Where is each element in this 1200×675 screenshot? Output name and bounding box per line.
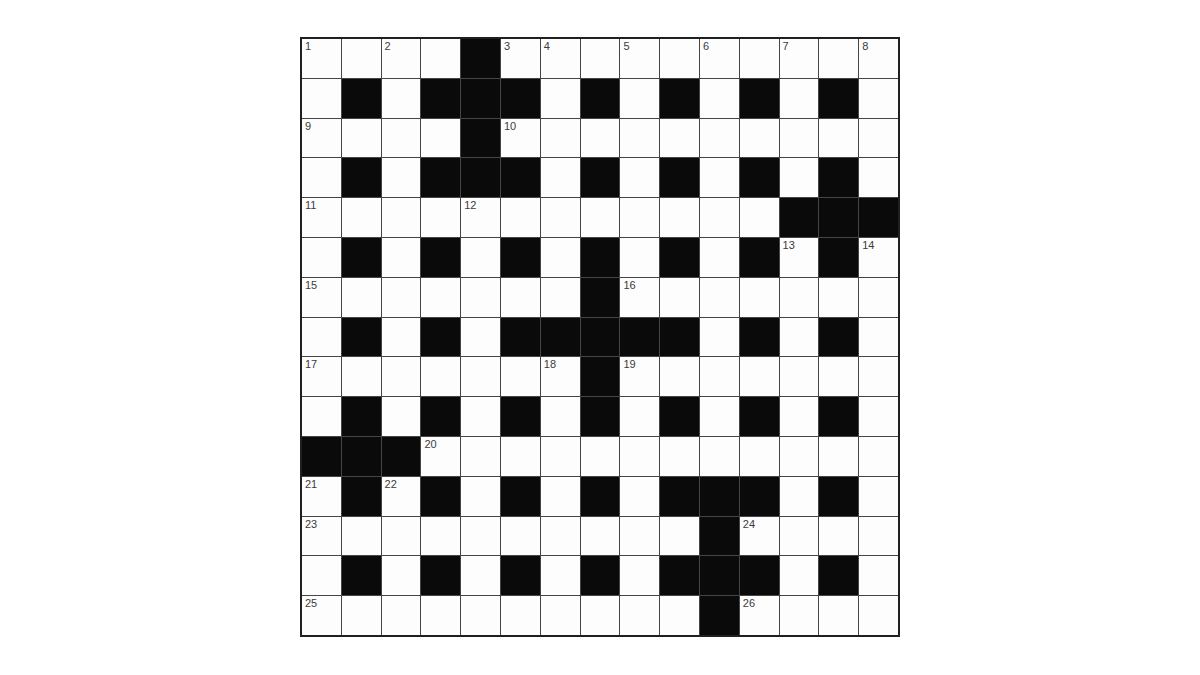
black-cell-r2c14	[819, 79, 858, 118]
white-cell-r14c13[interactable]	[780, 556, 819, 595]
white-cell-r11c11[interactable]	[700, 437, 739, 476]
black-cell-r14c12	[740, 556, 779, 595]
white-cell-r1c3[interactable]: 2	[382, 39, 421, 78]
white-cell-r15c15[interactable]	[859, 596, 898, 635]
white-cell-r2c3[interactable]	[382, 79, 421, 118]
white-cell-r5c12[interactable]	[740, 198, 779, 237]
white-cell-r12c3[interactable]: 22	[382, 477, 421, 516]
black-cell-r4c5	[461, 158, 500, 197]
white-cell-r1c1[interactable]: 1	[302, 39, 341, 78]
white-cell-r4c7[interactable]	[541, 158, 580, 197]
black-cell-r11c3	[382, 437, 421, 476]
white-cell-r3c15[interactable]	[859, 119, 898, 158]
white-cell-r13c14[interactable]	[819, 517, 858, 556]
white-cell-r7c6[interactable]	[501, 278, 540, 317]
black-cell-r14c11	[700, 556, 739, 595]
white-cell-r15c2[interactable]	[342, 596, 381, 635]
clue-number-2: 2	[385, 40, 391, 52]
clue-number-13: 13	[783, 239, 795, 251]
white-cell-r11c15[interactable]	[859, 437, 898, 476]
clue-number-25: 25	[305, 597, 317, 609]
white-cell-r3c14[interactable]	[819, 119, 858, 158]
white-cell-r7c3[interactable]	[382, 278, 421, 317]
white-cell-r3c8[interactable]	[581, 119, 620, 158]
white-cell-r15c14[interactable]	[819, 596, 858, 635]
black-cell-r8c7	[541, 318, 580, 357]
black-cell-r2c5	[461, 79, 500, 118]
white-cell-r12c1[interactable]: 21	[302, 477, 341, 516]
white-cell-r10c11[interactable]	[700, 397, 739, 436]
white-cell-r15c1[interactable]: 25	[302, 596, 341, 635]
white-cell-r15c8[interactable]	[581, 596, 620, 635]
white-cell-r12c15[interactable]	[859, 477, 898, 516]
white-cell-r14c1[interactable]	[302, 556, 341, 595]
white-cell-r4c9[interactable]	[620, 158, 659, 197]
white-cell-r1c9[interactable]: 5	[620, 39, 659, 78]
black-cell-r12c6	[501, 477, 540, 516]
black-cell-r12c2	[342, 477, 381, 516]
white-cell-r15c13[interactable]	[780, 596, 819, 635]
black-cell-r6c6	[501, 238, 540, 277]
white-cell-r11c6[interactable]	[501, 437, 540, 476]
white-cell-r3c7[interactable]	[541, 119, 580, 158]
white-cell-r12c5[interactable]	[461, 477, 500, 516]
white-cell-r6c5[interactable]	[461, 238, 500, 277]
white-cell-r7c14[interactable]	[819, 278, 858, 317]
white-cell-r2c11[interactable]	[700, 79, 739, 118]
white-cell-r1c14[interactable]	[819, 39, 858, 78]
white-cell-r10c13[interactable]	[780, 397, 819, 436]
white-cell-r9c12[interactable]	[740, 357, 779, 396]
black-cell-r8c4	[421, 318, 460, 357]
white-cell-r13c10[interactable]	[660, 517, 699, 556]
white-cell-r9c15[interactable]	[859, 357, 898, 396]
white-cell-r13c3[interactable]	[382, 517, 421, 556]
clue-number-5: 5	[623, 40, 629, 52]
clue-number-14: 14	[862, 239, 874, 251]
black-cell-r14c14	[819, 556, 858, 595]
white-cell-r14c7[interactable]	[541, 556, 580, 595]
white-cell-r3c4[interactable]	[421, 119, 460, 158]
white-cell-r1c6[interactable]: 3	[501, 39, 540, 78]
white-cell-r5c6[interactable]	[501, 198, 540, 237]
white-cell-r9c3[interactable]	[382, 357, 421, 396]
white-cell-r3c13[interactable]	[780, 119, 819, 158]
white-cell-r9c9[interactable]: 19	[620, 357, 659, 396]
white-cell-r5c1[interactable]: 11	[302, 198, 341, 237]
white-cell-r5c3[interactable]	[382, 198, 421, 237]
black-cell-r6c14	[819, 238, 858, 277]
white-cell-r9c4[interactable]	[421, 357, 460, 396]
black-cell-r8c14	[819, 318, 858, 357]
clue-number-11: 11	[305, 199, 316, 211]
clue-number-3: 3	[504, 40, 510, 52]
white-cell-r13c13[interactable]	[780, 517, 819, 556]
black-cell-r10c4	[421, 397, 460, 436]
black-cell-r2c6	[501, 79, 540, 118]
crossword-grid: 1234567891011121314151617181920212223242…	[300, 37, 900, 637]
white-cell-r7c11[interactable]	[700, 278, 739, 317]
black-cell-r4c10	[660, 158, 699, 197]
black-cell-r12c8	[581, 477, 620, 516]
white-cell-r10c1[interactable]	[302, 397, 341, 436]
black-cell-r2c12	[740, 79, 779, 118]
black-cell-r8c6	[501, 318, 540, 357]
white-cell-r6c15[interactable]: 14	[859, 238, 898, 277]
clue-number-19: 19	[623, 358, 635, 370]
white-cell-r11c10[interactable]	[660, 437, 699, 476]
white-cell-r1c10[interactable]	[660, 39, 699, 78]
white-cell-r11c12[interactable]	[740, 437, 779, 476]
black-cell-r11c1	[302, 437, 341, 476]
white-cell-r4c15[interactable]	[859, 158, 898, 197]
white-cell-r7c4[interactable]	[421, 278, 460, 317]
black-cell-r8c10	[660, 318, 699, 357]
black-cell-r12c10	[660, 477, 699, 516]
white-cell-r8c3[interactable]	[382, 318, 421, 357]
black-cell-r4c14	[819, 158, 858, 197]
white-cell-r3c3[interactable]	[382, 119, 421, 158]
white-cell-r11c9[interactable]	[620, 437, 659, 476]
black-cell-r4c8	[581, 158, 620, 197]
white-cell-r7c5[interactable]	[461, 278, 500, 317]
white-cell-r7c1[interactable]: 15	[302, 278, 341, 317]
black-cell-r10c6	[501, 397, 540, 436]
white-cell-r2c15[interactable]	[859, 79, 898, 118]
white-cell-r7c12[interactable]	[740, 278, 779, 317]
white-cell-r15c9[interactable]	[620, 596, 659, 635]
clue-number-10: 10	[504, 120, 516, 132]
white-cell-r7c7[interactable]	[541, 278, 580, 317]
white-cell-r9c11[interactable]	[700, 357, 739, 396]
white-cell-r13c15[interactable]	[859, 517, 898, 556]
white-cell-r9c10[interactable]	[660, 357, 699, 396]
clue-number-18: 18	[544, 358, 556, 370]
white-cell-r14c3[interactable]	[382, 556, 421, 595]
black-cell-r6c10	[660, 238, 699, 277]
white-cell-r8c5[interactable]	[461, 318, 500, 357]
white-cell-r12c9[interactable]	[620, 477, 659, 516]
black-cell-r14c10	[660, 556, 699, 595]
black-cell-r4c4	[421, 158, 460, 197]
white-cell-r7c13[interactable]	[780, 278, 819, 317]
black-cell-r14c4	[421, 556, 460, 595]
white-cell-r13c9[interactable]	[620, 517, 659, 556]
white-cell-r11c4[interactable]: 20	[421, 437, 460, 476]
clue-number-8: 8	[862, 40, 868, 52]
white-cell-r13c1[interactable]: 23	[302, 517, 341, 556]
black-cell-r10c10	[660, 397, 699, 436]
black-cell-r2c4	[421, 79, 460, 118]
black-cell-r5c14	[819, 198, 858, 237]
black-cell-r10c12	[740, 397, 779, 436]
black-cell-r2c10	[660, 79, 699, 118]
black-cell-r1c5	[461, 39, 500, 78]
white-cell-r3c9[interactable]	[620, 119, 659, 158]
black-cell-r2c8	[581, 79, 620, 118]
white-cell-r10c9[interactable]	[620, 397, 659, 436]
black-cell-r4c2	[342, 158, 381, 197]
black-cell-r5c13	[780, 198, 819, 237]
white-cell-r11c13[interactable]	[780, 437, 819, 476]
white-cell-r15c3[interactable]	[382, 596, 421, 635]
white-cell-r12c7[interactable]	[541, 477, 580, 516]
white-cell-r6c13[interactable]: 13	[780, 238, 819, 277]
white-cell-r9c13[interactable]	[780, 357, 819, 396]
clue-number-12: 12	[464, 199, 476, 211]
white-cell-r1c13[interactable]: 7	[780, 39, 819, 78]
white-cell-r8c13[interactable]	[780, 318, 819, 357]
black-cell-r8c12	[740, 318, 779, 357]
white-cell-r1c4[interactable]	[421, 39, 460, 78]
black-cell-r6c8	[581, 238, 620, 277]
white-cell-r3c11[interactable]	[700, 119, 739, 158]
white-cell-r2c7[interactable]	[541, 79, 580, 118]
white-cell-r7c9[interactable]: 16	[620, 278, 659, 317]
black-cell-r4c6	[501, 158, 540, 197]
white-cell-r5c4[interactable]	[421, 198, 460, 237]
black-cell-r11c2	[342, 437, 381, 476]
white-cell-r4c13[interactable]	[780, 158, 819, 197]
clue-number-16: 16	[623, 279, 635, 291]
white-cell-r6c1[interactable]	[302, 238, 341, 277]
white-cell-r7c15[interactable]	[859, 278, 898, 317]
white-cell-r9c6[interactable]	[501, 357, 540, 396]
black-cell-r6c2	[342, 238, 381, 277]
clue-number-1: 1	[305, 40, 311, 52]
white-cell-r4c11[interactable]	[700, 158, 739, 197]
clue-number-22: 22	[385, 478, 397, 490]
white-cell-r7c2[interactable]	[342, 278, 381, 317]
black-cell-r5c15	[859, 198, 898, 237]
white-cell-r11c5[interactable]	[461, 437, 500, 476]
white-cell-r1c12[interactable]	[740, 39, 779, 78]
white-cell-r5c7[interactable]	[541, 198, 580, 237]
black-cell-r15c11	[700, 596, 739, 635]
black-cell-r14c6	[501, 556, 540, 595]
white-cell-r15c4[interactable]	[421, 596, 460, 635]
white-cell-r9c1[interactable]: 17	[302, 357, 341, 396]
white-cell-r6c9[interactable]	[620, 238, 659, 277]
white-cell-r3c10[interactable]	[660, 119, 699, 158]
clue-number-23: 23	[305, 518, 317, 530]
white-cell-r10c3[interactable]	[382, 397, 421, 436]
white-cell-r15c7[interactable]	[541, 596, 580, 635]
clue-number-26: 26	[743, 597, 755, 609]
white-cell-r3c1[interactable]: 9	[302, 119, 341, 158]
black-cell-r10c8	[581, 397, 620, 436]
clue-number-15: 15	[305, 279, 317, 291]
white-cell-r13c8[interactable]	[581, 517, 620, 556]
white-cell-r2c13[interactable]	[780, 79, 819, 118]
white-cell-r3c12[interactable]	[740, 119, 779, 158]
white-cell-r4c1[interactable]	[302, 158, 341, 197]
white-cell-r13c5[interactable]	[461, 517, 500, 556]
page-background: 1234567891011121314151617181920212223242…	[0, 0, 1200, 675]
white-cell-r14c5[interactable]	[461, 556, 500, 595]
white-cell-r15c5[interactable]	[461, 596, 500, 635]
white-cell-r3c6[interactable]: 10	[501, 119, 540, 158]
white-cell-r10c7[interactable]	[541, 397, 580, 436]
white-cell-r9c7[interactable]: 18	[541, 357, 580, 396]
clue-number-17: 17	[305, 358, 317, 370]
clue-number-9: 9	[305, 120, 311, 132]
white-cell-r2c9[interactable]	[620, 79, 659, 118]
white-cell-r5c11[interactable]	[700, 198, 739, 237]
white-cell-r8c15[interactable]	[859, 318, 898, 357]
white-cell-r8c1[interactable]	[302, 318, 341, 357]
white-cell-r12c13[interactable]	[780, 477, 819, 516]
black-cell-r12c11	[700, 477, 739, 516]
white-cell-r11c7[interactable]	[541, 437, 580, 476]
white-cell-r15c12[interactable]: 26	[740, 596, 779, 635]
black-cell-r3c5	[461, 119, 500, 158]
clue-number-7: 7	[783, 40, 789, 52]
black-cell-r7c8	[581, 278, 620, 317]
white-cell-r1c2[interactable]	[342, 39, 381, 78]
clue-number-20: 20	[424, 438, 436, 450]
white-cell-r13c4[interactable]	[421, 517, 460, 556]
white-cell-r13c6[interactable]	[501, 517, 540, 556]
white-cell-r6c11[interactable]	[700, 238, 739, 277]
black-cell-r2c2	[342, 79, 381, 118]
clue-number-24: 24	[743, 518, 755, 530]
black-cell-r9c8	[581, 357, 620, 396]
black-cell-r10c14	[819, 397, 858, 436]
black-cell-r8c8	[581, 318, 620, 357]
white-cell-r11c8[interactable]	[581, 437, 620, 476]
white-cell-r9c2[interactable]	[342, 357, 381, 396]
clue-number-21: 21	[305, 478, 317, 490]
white-cell-r8c11[interactable]	[700, 318, 739, 357]
white-cell-r13c12[interactable]: 24	[740, 517, 779, 556]
black-cell-r6c12	[740, 238, 779, 277]
white-cell-r7c10[interactable]	[660, 278, 699, 317]
black-cell-r4c12	[740, 158, 779, 197]
clue-number-4: 4	[544, 40, 550, 52]
black-cell-r12c4	[421, 477, 460, 516]
white-cell-r13c7[interactable]	[541, 517, 580, 556]
black-cell-r10c2	[342, 397, 381, 436]
white-cell-r13c2[interactable]	[342, 517, 381, 556]
black-cell-r6c4	[421, 238, 460, 277]
white-cell-r15c6[interactable]	[501, 596, 540, 635]
white-cell-r9c14[interactable]	[819, 357, 858, 396]
white-cell-r14c15[interactable]	[859, 556, 898, 595]
white-cell-r6c7[interactable]	[541, 238, 580, 277]
white-cell-r3c2[interactable]	[342, 119, 381, 158]
white-cell-r10c15[interactable]	[859, 397, 898, 436]
black-cell-r14c8	[581, 556, 620, 595]
white-cell-r14c9[interactable]	[620, 556, 659, 595]
black-cell-r8c9	[620, 318, 659, 357]
clue-number-6: 6	[703, 40, 709, 52]
white-cell-r10c5[interactable]	[461, 397, 500, 436]
white-cell-r6c3[interactable]	[382, 238, 421, 277]
white-cell-r4c3[interactable]	[382, 158, 421, 197]
black-cell-r13c11	[700, 517, 739, 556]
white-cell-r5c2[interactable]	[342, 198, 381, 237]
white-cell-r2c1[interactable]	[302, 79, 341, 118]
white-cell-r1c15[interactable]: 8	[859, 39, 898, 78]
black-cell-r14c2	[342, 556, 381, 595]
white-cell-r5c5[interactable]: 12	[461, 198, 500, 237]
white-cell-r5c10[interactable]	[660, 198, 699, 237]
white-cell-r9c5[interactable]	[461, 357, 500, 396]
black-cell-r12c14	[819, 477, 858, 516]
white-cell-r11c14[interactable]	[819, 437, 858, 476]
white-cell-r5c9[interactable]	[620, 198, 659, 237]
white-cell-r5c8[interactable]	[581, 198, 620, 237]
black-cell-r8c2	[342, 318, 381, 357]
white-cell-r1c11[interactable]: 6	[700, 39, 739, 78]
white-cell-r15c10[interactable]	[660, 596, 699, 635]
black-cell-r12c12	[740, 477, 779, 516]
white-cell-r1c8[interactable]	[581, 39, 620, 78]
white-cell-r1c7[interactable]: 4	[541, 39, 580, 78]
